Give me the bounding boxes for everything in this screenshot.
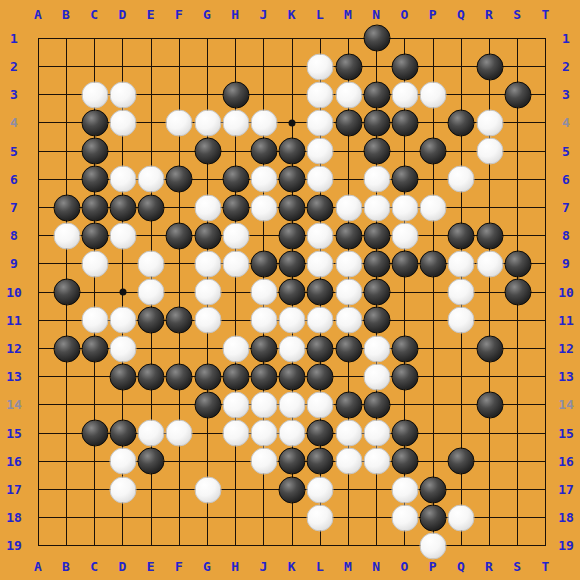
black-stone[interactable]	[279, 476, 306, 503]
white-stone[interactable]	[81, 307, 108, 334]
coord-label-bottom: Q	[457, 560, 465, 573]
coord-label-right: 15	[558, 426, 574, 439]
coord-label-bottom: A	[34, 560, 42, 573]
coord-label-bottom: T	[541, 560, 549, 573]
coord-label-left: 18	[6, 511, 22, 524]
coord-label-top: H	[231, 8, 239, 21]
black-stone[interactable]	[222, 194, 249, 221]
white-stone[interactable]	[194, 109, 221, 136]
black-stone[interactable]	[138, 194, 165, 221]
coord-label-top: A	[34, 8, 42, 21]
white-stone[interactable]	[250, 448, 277, 475]
coord-label-top: Q	[457, 8, 465, 21]
black-stone[interactable]	[420, 138, 447, 165]
coord-label-right: 10	[558, 285, 574, 298]
coord-label-bottom: M	[344, 560, 352, 573]
black-stone[interactable]	[307, 335, 334, 362]
white-stone[interactable]	[138, 166, 165, 193]
black-stone[interactable]	[476, 222, 503, 249]
black-stone[interactable]	[307, 363, 334, 390]
white-stone[interactable]	[363, 420, 390, 447]
white-stone[interactable]	[222, 250, 249, 277]
coord-label-top: C	[90, 8, 98, 21]
coord-label-right: 2	[562, 60, 570, 73]
black-stone[interactable]	[391, 420, 418, 447]
coord-label-bottom: H	[231, 560, 239, 573]
white-stone[interactable]	[476, 109, 503, 136]
coord-label-left: 8	[10, 229, 18, 242]
black-stone[interactable]	[279, 448, 306, 475]
black-stone[interactable]	[335, 335, 362, 362]
coord-label-right: 16	[558, 454, 574, 467]
black-stone[interactable]	[448, 109, 475, 136]
black-stone[interactable]	[448, 448, 475, 475]
black-stone[interactable]	[504, 81, 531, 108]
coord-label-top: P	[429, 8, 437, 21]
coord-label-left: 1	[10, 31, 18, 44]
black-stone[interactable]	[307, 194, 334, 221]
black-stone[interactable]	[504, 279, 531, 306]
coord-label-right: 18	[558, 511, 574, 524]
coord-label-bottom: D	[118, 560, 126, 573]
white-stone[interactable]	[363, 448, 390, 475]
coord-label-right: 4	[562, 116, 570, 129]
black-stone[interactable]	[307, 448, 334, 475]
white-stone[interactable]	[448, 250, 475, 277]
black-stone[interactable]	[222, 166, 249, 193]
coord-label-left: 9	[10, 257, 18, 270]
white-stone[interactable]	[250, 307, 277, 334]
coord-label-left: 16	[6, 454, 22, 467]
coord-label-top: B	[62, 8, 70, 21]
black-stone[interactable]	[279, 138, 306, 165]
white-stone[interactable]	[307, 222, 334, 249]
black-stone[interactable]	[363, 279, 390, 306]
coord-label-left: 11	[6, 313, 22, 326]
white-stone[interactable]	[307, 250, 334, 277]
black-stone[interactable]	[279, 363, 306, 390]
white-stone[interactable]	[335, 250, 362, 277]
white-stone[interactable]	[109, 166, 136, 193]
black-stone[interactable]	[279, 250, 306, 277]
black-stone[interactable]	[335, 109, 362, 136]
white-stone[interactable]	[363, 194, 390, 221]
black-stone[interactable]	[81, 335, 108, 362]
black-stone[interactable]	[363, 222, 390, 249]
white-stone[interactable]	[363, 335, 390, 362]
black-stone[interactable]	[391, 335, 418, 362]
black-stone[interactable]	[109, 363, 136, 390]
coord-label-top: L	[316, 8, 324, 21]
white-stone[interactable]	[448, 279, 475, 306]
black-stone[interactable]	[166, 363, 193, 390]
white-stone[interactable]	[363, 363, 390, 390]
white-stone[interactable]	[335, 194, 362, 221]
black-stone[interactable]	[504, 250, 531, 277]
white-stone[interactable]	[81, 81, 108, 108]
coord-label-top: T	[541, 8, 549, 21]
white-stone[interactable]	[194, 194, 221, 221]
black-stone[interactable]	[138, 448, 165, 475]
white-stone[interactable]	[138, 420, 165, 447]
coord-label-left: 12	[6, 342, 22, 355]
coord-label-left: 2	[10, 60, 18, 73]
black-stone[interactable]	[250, 363, 277, 390]
white-stone[interactable]	[335, 307, 362, 334]
white-stone[interactable]	[307, 109, 334, 136]
white-stone[interactable]	[307, 166, 334, 193]
coord-label-left: 7	[10, 201, 18, 214]
black-stone[interactable]	[81, 138, 108, 165]
coord-label-bottom: E	[147, 560, 155, 573]
black-stone[interactable]	[448, 222, 475, 249]
black-stone[interactable]	[250, 335, 277, 362]
white-stone[interactable]	[279, 391, 306, 418]
coord-label-bottom: O	[400, 560, 408, 573]
go-board[interactable]	[0, 0, 580, 580]
black-stone[interactable]	[250, 250, 277, 277]
black-stone[interactable]	[363, 138, 390, 165]
coord-label-bottom: N	[372, 560, 380, 573]
coord-label-top: D	[118, 8, 126, 21]
black-stone[interactable]	[109, 420, 136, 447]
coord-label-right: 12	[558, 342, 574, 355]
white-stone[interactable]	[109, 335, 136, 362]
coord-label-right: 1	[562, 31, 570, 44]
white-stone[interactable]	[222, 109, 249, 136]
black-stone[interactable]	[166, 166, 193, 193]
white-stone[interactable]	[81, 250, 108, 277]
black-stone[interactable]	[476, 391, 503, 418]
white-stone[interactable]	[194, 279, 221, 306]
black-stone[interactable]	[194, 138, 221, 165]
coord-label-left: 15	[6, 426, 22, 439]
black-stone[interactable]	[81, 166, 108, 193]
star-point	[119, 289, 126, 296]
go-board-window: AABBCCDDEEFFGGHHJJKKLLMMNNOOPPQQRRSSTT11…	[0, 0, 580, 580]
black-stone[interactable]	[335, 391, 362, 418]
coord-label-bottom: G	[203, 560, 211, 573]
white-stone[interactable]	[250, 166, 277, 193]
grid-line-vertical	[433, 38, 434, 547]
coord-label-left: 14	[6, 398, 22, 411]
white-stone[interactable]	[250, 109, 277, 136]
white-stone[interactable]	[307, 138, 334, 165]
coord-label-left: 19	[6, 539, 22, 552]
white-stone[interactable]	[109, 476, 136, 503]
black-stone[interactable]	[307, 420, 334, 447]
black-stone[interactable]	[279, 222, 306, 249]
white-stone[interactable]	[250, 391, 277, 418]
black-stone[interactable]	[391, 363, 418, 390]
black-stone[interactable]	[109, 194, 136, 221]
coord-label-bottom: C	[90, 560, 98, 573]
white-stone[interactable]	[307, 307, 334, 334]
black-stone[interactable]	[420, 476, 447, 503]
white-stone[interactable]	[307, 391, 334, 418]
black-stone[interactable]	[363, 250, 390, 277]
coord-label-bottom: P	[429, 560, 437, 573]
coord-label-bottom: S	[513, 560, 521, 573]
black-stone[interactable]	[53, 194, 80, 221]
white-stone[interactable]	[222, 420, 249, 447]
black-stone[interactable]	[391, 109, 418, 136]
coord-label-top: E	[147, 8, 155, 21]
black-stone[interactable]	[420, 504, 447, 531]
coord-label-right: 9	[562, 257, 570, 270]
coord-label-bottom: R	[485, 560, 493, 573]
white-stone[interactable]	[250, 279, 277, 306]
coord-label-right: 13	[558, 370, 574, 383]
black-stone[interactable]	[53, 335, 80, 362]
black-stone[interactable]	[391, 448, 418, 475]
white-stone[interactable]	[476, 138, 503, 165]
white-stone[interactable]	[166, 420, 193, 447]
white-stone[interactable]	[109, 307, 136, 334]
white-stone[interactable]	[222, 335, 249, 362]
coord-label-bottom: B	[62, 560, 70, 573]
white-stone[interactable]	[363, 166, 390, 193]
coord-label-right: 19	[558, 539, 574, 552]
white-stone[interactable]	[194, 476, 221, 503]
white-stone[interactable]	[279, 307, 306, 334]
white-stone[interactable]	[448, 504, 475, 531]
white-stone[interactable]	[279, 335, 306, 362]
white-stone[interactable]	[420, 532, 447, 559]
white-stone[interactable]	[335, 420, 362, 447]
white-stone[interactable]	[391, 476, 418, 503]
black-stone[interactable]	[194, 222, 221, 249]
black-stone[interactable]	[391, 166, 418, 193]
black-stone[interactable]	[222, 81, 249, 108]
white-stone[interactable]	[307, 476, 334, 503]
black-stone[interactable]	[194, 363, 221, 390]
coord-label-right: 14	[558, 398, 574, 411]
white-stone[interactable]	[335, 448, 362, 475]
black-stone[interactable]	[335, 53, 362, 80]
coord-label-bottom: K	[288, 560, 296, 573]
white-stone[interactable]	[109, 81, 136, 108]
coord-label-right: 3	[562, 88, 570, 101]
black-stone[interactable]	[307, 279, 334, 306]
black-stone[interactable]	[222, 363, 249, 390]
coord-label-bottom: F	[175, 560, 183, 573]
white-stone[interactable]	[279, 420, 306, 447]
star-point	[289, 119, 296, 126]
black-stone[interactable]	[81, 194, 108, 221]
white-stone[interactable]	[109, 222, 136, 249]
coord-label-left: 6	[10, 172, 18, 185]
black-stone[interactable]	[279, 194, 306, 221]
white-stone[interactable]	[307, 504, 334, 531]
white-stone[interactable]	[307, 53, 334, 80]
white-stone[interactable]	[476, 250, 503, 277]
white-stone[interactable]	[53, 222, 80, 249]
white-stone[interactable]	[391, 81, 418, 108]
black-stone[interactable]	[166, 307, 193, 334]
white-stone[interactable]	[222, 391, 249, 418]
black-stone[interactable]	[194, 391, 221, 418]
black-stone[interactable]	[476, 335, 503, 362]
coord-label-top: G	[203, 8, 211, 21]
black-stone[interactable]	[363, 391, 390, 418]
black-stone[interactable]	[81, 222, 108, 249]
white-stone[interactable]	[391, 504, 418, 531]
white-stone[interactable]	[109, 448, 136, 475]
white-stone[interactable]	[420, 81, 447, 108]
white-stone[interactable]	[391, 222, 418, 249]
white-stone[interactable]	[335, 279, 362, 306]
black-stone[interactable]	[81, 420, 108, 447]
white-stone[interactable]	[222, 222, 249, 249]
coord-label-right: 5	[562, 144, 570, 157]
black-stone[interactable]	[335, 222, 362, 249]
black-stone[interactable]	[363, 109, 390, 136]
coord-label-left: 13	[6, 370, 22, 383]
grid-line-horizontal	[38, 545, 547, 546]
coord-label-left: 4	[10, 116, 18, 129]
white-stone[interactable]	[307, 81, 334, 108]
white-stone[interactable]	[138, 279, 165, 306]
black-stone[interactable]	[363, 81, 390, 108]
white-stone[interactable]	[335, 81, 362, 108]
black-stone[interactable]	[138, 307, 165, 334]
white-stone[interactable]	[420, 194, 447, 221]
coord-label-right: 7	[562, 201, 570, 214]
black-stone[interactable]	[391, 250, 418, 277]
coord-label-right: 6	[562, 172, 570, 185]
black-stone[interactable]	[363, 25, 390, 52]
coord-label-bottom: L	[316, 560, 324, 573]
black-stone[interactable]	[420, 250, 447, 277]
coord-label-top: R	[485, 8, 493, 21]
white-stone[interactable]	[194, 250, 221, 277]
white-stone[interactable]	[250, 194, 277, 221]
white-stone[interactable]	[109, 109, 136, 136]
coord-label-right: 17	[558, 483, 574, 496]
coord-label-top: F	[175, 8, 183, 21]
coord-label-top: S	[513, 8, 521, 21]
coord-label-bottom: J	[259, 560, 267, 573]
coord-label-top: O	[400, 8, 408, 21]
black-stone[interactable]	[476, 53, 503, 80]
coord-label-top: M	[344, 8, 352, 21]
grid-line-vertical	[545, 38, 546, 547]
white-stone[interactable]	[194, 307, 221, 334]
white-stone[interactable]	[391, 194, 418, 221]
white-stone[interactable]	[166, 109, 193, 136]
black-stone[interactable]	[363, 307, 390, 334]
coord-label-left: 17	[6, 483, 22, 496]
coord-label-left: 10	[6, 285, 22, 298]
black-stone[interactable]	[166, 222, 193, 249]
black-stone[interactable]	[81, 109, 108, 136]
black-stone[interactable]	[53, 279, 80, 306]
black-stone[interactable]	[279, 166, 306, 193]
coord-label-left: 5	[10, 144, 18, 157]
white-stone[interactable]	[448, 166, 475, 193]
white-stone[interactable]	[138, 250, 165, 277]
coord-label-top: N	[372, 8, 380, 21]
coord-label-right: 8	[562, 229, 570, 242]
white-stone[interactable]	[448, 307, 475, 334]
coord-label-top: K	[288, 8, 296, 21]
black-stone[interactable]	[138, 363, 165, 390]
black-stone[interactable]	[250, 138, 277, 165]
black-stone[interactable]	[391, 53, 418, 80]
black-stone[interactable]	[279, 279, 306, 306]
white-stone[interactable]	[250, 420, 277, 447]
coord-label-top: J	[259, 8, 267, 21]
coord-label-left: 3	[10, 88, 18, 101]
coord-label-right: 11	[558, 313, 574, 326]
